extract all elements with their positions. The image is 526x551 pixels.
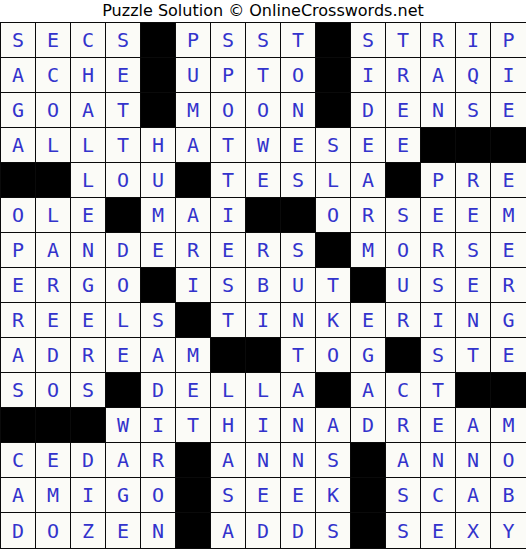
grid-cell: E xyxy=(1,268,36,303)
grid-cell: S xyxy=(386,513,421,548)
black-cell xyxy=(316,23,351,58)
grid-cell: T xyxy=(211,163,246,198)
grid-cell: T xyxy=(211,303,246,338)
grid-cell: S xyxy=(211,478,246,513)
grid-cell: I xyxy=(421,303,456,338)
grid-cell: S xyxy=(1,373,36,408)
grid-cell: E xyxy=(281,478,316,513)
grid-cell: T xyxy=(316,268,351,303)
grid-cell: O xyxy=(36,373,71,408)
grid-cell: R xyxy=(421,23,456,58)
grid-cell: A xyxy=(1,128,36,163)
grid-cell: R xyxy=(386,408,421,443)
black-cell xyxy=(176,303,211,338)
black-cell xyxy=(106,373,141,408)
grid-cell: T xyxy=(281,338,316,373)
grid-cell: S xyxy=(71,373,106,408)
black-cell xyxy=(1,408,36,443)
grid-cell: C xyxy=(1,443,36,478)
grid-cell: A xyxy=(316,408,351,443)
grid-cell: N xyxy=(71,233,106,268)
grid-cell: S xyxy=(316,443,351,478)
black-cell xyxy=(456,128,491,163)
grid-cell: N xyxy=(246,443,281,478)
grid-cell: M xyxy=(491,408,526,443)
grid-cell: S xyxy=(456,233,491,268)
grid-cell: N xyxy=(456,443,491,478)
black-cell xyxy=(141,268,176,303)
grid-cell: S xyxy=(211,23,246,58)
grid-cell: N xyxy=(421,93,456,128)
grid-cell: K xyxy=(316,478,351,513)
grid-cell: A xyxy=(386,443,421,478)
grid-cell: R xyxy=(36,268,71,303)
grid-cell: A xyxy=(351,163,386,198)
grid-cell: E xyxy=(106,513,141,548)
black-cell xyxy=(176,163,211,198)
grid-cell: O xyxy=(106,163,141,198)
grid-cell: D xyxy=(71,443,106,478)
black-cell xyxy=(246,198,281,233)
grid-cell: D xyxy=(141,373,176,408)
grid-cell: E xyxy=(141,233,176,268)
grid-cell: A xyxy=(421,58,456,93)
grid-cell: P xyxy=(211,58,246,93)
grid-cell: A xyxy=(141,338,176,373)
black-cell xyxy=(281,198,316,233)
grid-cell: H xyxy=(141,128,176,163)
grid-cell: D xyxy=(36,338,71,373)
grid-cell: A xyxy=(211,513,246,548)
grid-cell: L xyxy=(36,198,71,233)
grid-cell: S xyxy=(351,23,386,58)
grid-cell: S xyxy=(106,23,141,58)
grid-cell: E xyxy=(211,233,246,268)
grid-cell: E xyxy=(456,268,491,303)
grid-cell: L xyxy=(316,163,351,198)
grid-cell: S xyxy=(281,233,316,268)
black-cell xyxy=(176,443,211,478)
black-cell xyxy=(71,408,106,443)
grid-cell: E xyxy=(281,128,316,163)
grid-cell: S xyxy=(421,268,456,303)
grid-cell: G xyxy=(491,303,526,338)
grid-cell: E xyxy=(421,408,456,443)
grid-cell: C xyxy=(71,23,106,58)
grid-cell: D xyxy=(1,513,36,548)
grid-cell: T xyxy=(421,373,456,408)
grid-cell: G xyxy=(106,478,141,513)
grid-cell: R xyxy=(1,303,36,338)
grid-cell: G xyxy=(351,338,386,373)
grid-cell: T xyxy=(176,408,211,443)
grid-cell: U xyxy=(281,268,316,303)
grid-cell: W xyxy=(106,408,141,443)
grid-cell: S xyxy=(421,338,456,373)
grid-cell: R xyxy=(456,163,491,198)
grid-cell: L xyxy=(71,163,106,198)
grid-cell: A xyxy=(1,478,36,513)
grid-cell: P xyxy=(421,163,456,198)
grid-cell: A xyxy=(1,58,36,93)
grid-cell: R xyxy=(141,443,176,478)
grid-cell: A xyxy=(176,198,211,233)
grid-cell: E xyxy=(36,23,71,58)
grid-cell: E xyxy=(351,303,386,338)
grid-cell: Q xyxy=(456,58,491,93)
grid-cell: A xyxy=(211,443,246,478)
grid-cell: E xyxy=(106,338,141,373)
grid-cell: T xyxy=(456,338,491,373)
grid-cell: M xyxy=(491,198,526,233)
grid-cell: I xyxy=(246,408,281,443)
grid-cell: I xyxy=(456,23,491,58)
grid-cell: C xyxy=(36,58,71,93)
black-cell xyxy=(351,478,386,513)
grid-cell: O xyxy=(246,93,281,128)
black-cell xyxy=(456,373,491,408)
grid-cell: N xyxy=(456,303,491,338)
grid-cell: R xyxy=(351,198,386,233)
grid-cell: U xyxy=(176,58,211,93)
grid-cell: E xyxy=(491,233,526,268)
grid-cell: T xyxy=(211,128,246,163)
grid-cell: K xyxy=(316,303,351,338)
grid-cell: G xyxy=(71,268,106,303)
grid-cell: E xyxy=(386,93,421,128)
grid-cell: A xyxy=(36,233,71,268)
grid-cell: O xyxy=(386,233,421,268)
black-cell xyxy=(36,163,71,198)
page-title: Puzzle Solution © OnlineCrosswords.net xyxy=(0,0,526,22)
grid-cell: B xyxy=(491,478,526,513)
grid-cell: A xyxy=(106,443,141,478)
grid-cell: I xyxy=(351,58,386,93)
grid-cell: E xyxy=(71,303,106,338)
grid-cell: I xyxy=(176,268,211,303)
grid-cell: U xyxy=(141,163,176,198)
grid-cell: O xyxy=(316,198,351,233)
grid-cell: S xyxy=(141,303,176,338)
grid-cell: E xyxy=(386,128,421,163)
crossword-grid: SECSPSSTSTRIPACHEUPTOIRAQIGOATMOONDENSEA… xyxy=(0,22,526,549)
grid-cell: C xyxy=(386,373,421,408)
grid-cell: E xyxy=(36,443,71,478)
grid-cell: D xyxy=(351,93,386,128)
grid-cell: E xyxy=(71,198,106,233)
grid-cell: C xyxy=(421,478,456,513)
black-cell xyxy=(211,338,246,373)
grid-cell: D xyxy=(351,408,386,443)
grid-cell: H xyxy=(211,408,246,443)
grid-cell: S xyxy=(386,478,421,513)
grid-cell: N xyxy=(421,443,456,478)
grid-cell: O xyxy=(106,268,141,303)
black-cell xyxy=(141,23,176,58)
black-cell xyxy=(246,338,281,373)
grid-cell: O xyxy=(281,58,316,93)
grid-cell: E xyxy=(36,303,71,338)
grid-cell: E xyxy=(176,373,211,408)
grid-cell: L xyxy=(36,128,71,163)
black-cell xyxy=(106,198,141,233)
grid-cell: T xyxy=(246,58,281,93)
grid-cell: R xyxy=(491,268,526,303)
grid-cell: X xyxy=(456,513,491,548)
grid-cell: E xyxy=(106,58,141,93)
grid-cell: Z xyxy=(71,513,106,548)
grid-cell: A xyxy=(456,478,491,513)
grid-cell: R xyxy=(246,233,281,268)
black-cell xyxy=(36,408,71,443)
grid-cell: E xyxy=(491,93,526,128)
grid-cell: I xyxy=(491,58,526,93)
grid-cell: E xyxy=(456,198,491,233)
grid-cell: O xyxy=(316,338,351,373)
grid-cell: I xyxy=(141,408,176,443)
grid-cell: L xyxy=(211,373,246,408)
black-cell xyxy=(316,93,351,128)
grid-cell: E xyxy=(421,513,456,548)
black-cell xyxy=(421,128,456,163)
grid-cell: I xyxy=(211,198,246,233)
grid-cell: S xyxy=(386,198,421,233)
black-cell xyxy=(141,93,176,128)
grid-cell: P xyxy=(176,23,211,58)
grid-cell: N xyxy=(281,93,316,128)
grid-cell: O xyxy=(141,478,176,513)
black-cell xyxy=(491,373,526,408)
grid-cell: R xyxy=(421,233,456,268)
grid-cell: W xyxy=(246,128,281,163)
grid-cell: B xyxy=(246,268,281,303)
grid-cell: E xyxy=(491,338,526,373)
grid-cell: N xyxy=(281,303,316,338)
black-cell xyxy=(316,58,351,93)
grid-cell: E xyxy=(421,198,456,233)
grid-cell: P xyxy=(491,23,526,58)
black-cell xyxy=(176,478,211,513)
grid-cell: E xyxy=(246,478,281,513)
grid-cell: E xyxy=(246,163,281,198)
black-cell xyxy=(351,268,386,303)
grid-cell: S xyxy=(316,128,351,163)
grid-cell: I xyxy=(71,478,106,513)
grid-cell: A xyxy=(351,373,386,408)
grid-cell: A xyxy=(456,408,491,443)
grid-cell: N xyxy=(141,513,176,548)
grid-cell: M xyxy=(351,233,386,268)
grid-cell: O xyxy=(36,513,71,548)
grid-cell: O xyxy=(491,443,526,478)
grid-cell: P xyxy=(1,233,36,268)
grid-cell: N xyxy=(281,443,316,478)
grid-cell: R xyxy=(176,233,211,268)
crossword-solution-page: Puzzle Solution © OnlineCrosswords.net S… xyxy=(0,0,526,551)
black-cell xyxy=(386,163,421,198)
grid-cell: T xyxy=(386,23,421,58)
black-cell xyxy=(316,233,351,268)
grid-cell: T xyxy=(281,23,316,58)
grid-cell: T xyxy=(106,128,141,163)
black-cell xyxy=(176,513,211,548)
grid-cell: A xyxy=(281,373,316,408)
grid-cell: D xyxy=(281,513,316,548)
grid-cell: N xyxy=(281,408,316,443)
grid-cell: D xyxy=(106,233,141,268)
grid-cell: E xyxy=(351,128,386,163)
grid-cell: M xyxy=(176,93,211,128)
black-cell xyxy=(351,443,386,478)
grid-cell: S xyxy=(211,268,246,303)
grid-cell: G xyxy=(1,93,36,128)
grid-cell: M xyxy=(36,478,71,513)
grid-cell: L xyxy=(106,303,141,338)
grid-cell: S xyxy=(1,23,36,58)
grid-cell: O xyxy=(1,198,36,233)
grid-cell: D xyxy=(246,513,281,548)
grid-cell: M xyxy=(176,338,211,373)
grid-cell: A xyxy=(71,93,106,128)
black-cell xyxy=(1,163,36,198)
black-cell xyxy=(316,373,351,408)
grid-cell: L xyxy=(71,128,106,163)
grid-cell: R xyxy=(71,338,106,373)
grid-cell: S xyxy=(456,93,491,128)
black-cell xyxy=(141,58,176,93)
grid-cell: U xyxy=(386,268,421,303)
grid-cell: Y xyxy=(491,513,526,548)
grid-cell: O xyxy=(211,93,246,128)
grid-cell: A xyxy=(1,338,36,373)
grid-cell: R xyxy=(386,58,421,93)
grid-cell: E xyxy=(491,163,526,198)
grid-cell: T xyxy=(106,93,141,128)
grid-cell: S xyxy=(316,513,351,548)
grid-cell: R xyxy=(386,303,421,338)
grid-cell: S xyxy=(281,163,316,198)
grid-cell: L xyxy=(246,373,281,408)
grid-cell: I xyxy=(246,303,281,338)
grid-cell: S xyxy=(246,23,281,58)
grid-cell: A xyxy=(176,128,211,163)
black-cell xyxy=(351,513,386,548)
grid-cell: H xyxy=(71,58,106,93)
grid-cell: M xyxy=(141,198,176,233)
grid-cell: O xyxy=(36,93,71,128)
black-cell xyxy=(386,338,421,373)
black-cell xyxy=(491,128,526,163)
